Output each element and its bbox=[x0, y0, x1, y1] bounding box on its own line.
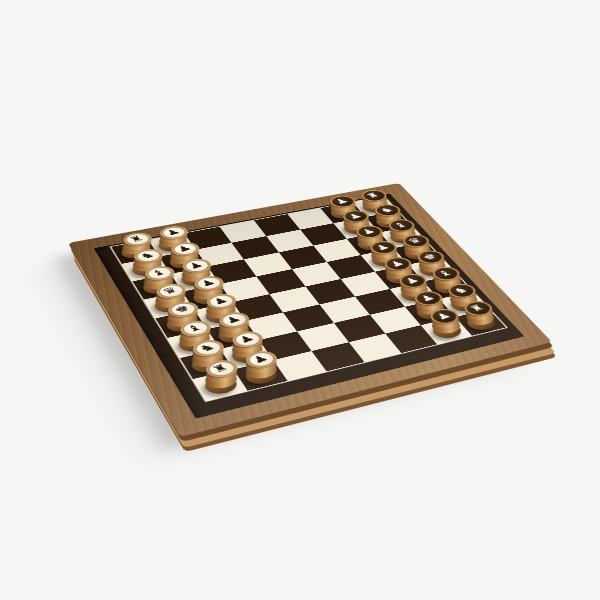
piece-symbol: ♜ bbox=[365, 191, 382, 199]
piece-symbol: ♜ bbox=[127, 234, 146, 243]
piece-white-rook-h1: ♜ bbox=[200, 374, 240, 397]
piece-symbol: ♟ bbox=[346, 212, 364, 220]
piece-symbol: ♟ bbox=[186, 260, 205, 270]
piece-symbol: ♟ bbox=[402, 275, 421, 285]
piece-symbol: ♟ bbox=[250, 353, 271, 365]
piece-symbol: ♟ bbox=[333, 197, 350, 205]
piece-symbol: ♞ bbox=[451, 285, 470, 295]
piece-white-pawn-h2: ♟ bbox=[241, 364, 281, 386]
piece-symbol: ♚ bbox=[421, 252, 439, 261]
piece-symbol: ♜ bbox=[210, 362, 231, 374]
piece-symbol: ♟ bbox=[175, 244, 194, 253]
piece-symbol: ♝ bbox=[392, 221, 410, 230]
piece-symbol: ♞ bbox=[378, 206, 396, 214]
piece-symbol: ♟ bbox=[359, 227, 377, 236]
piece-symbol: ♝ bbox=[184, 322, 204, 333]
piece-symbol: ♟ bbox=[164, 228, 183, 237]
piece-black-rook-h8: ♜ bbox=[462, 313, 499, 332]
piece-symbol: ♝ bbox=[149, 268, 168, 278]
piece-symbol: ♞ bbox=[138, 251, 157, 261]
piece-symbol: ♜ bbox=[468, 303, 487, 313]
piece-symbol: ♟ bbox=[373, 243, 391, 252]
piece-symbol: ♛ bbox=[406, 236, 424, 245]
piece-symbol: ♟ bbox=[418, 293, 437, 303]
piece-symbol: ♚ bbox=[172, 304, 192, 315]
piece-symbol: ♞ bbox=[197, 342, 218, 353]
piece-symbol: ♝ bbox=[436, 268, 455, 278]
piece-symbol: ♟ bbox=[434, 311, 454, 321]
piece-symbol: ♟ bbox=[388, 259, 407, 268]
piece-symbol: ♛ bbox=[160, 285, 180, 295]
piece-symbol: ♟ bbox=[223, 314, 243, 325]
piece-symbol: ♟ bbox=[210, 296, 230, 306]
product-photo-stage: ♜♟♟♜♞♟♟♞♝♟♟♝♛♟♟♛♚♟♟♚♝♟♟♝♞♟♟♞♜♟♟♜ bbox=[0, 0, 600, 600]
piece-symbol: ♟ bbox=[198, 278, 218, 288]
piece-black-pawn-h7: ♟ bbox=[428, 321, 465, 341]
piece-symbol: ♟ bbox=[236, 333, 257, 344]
